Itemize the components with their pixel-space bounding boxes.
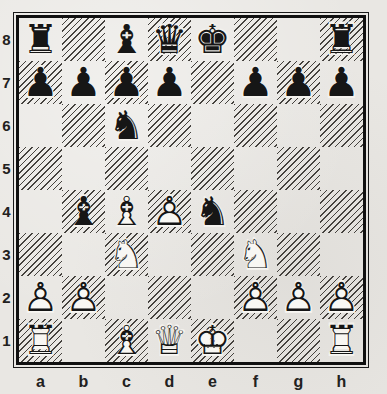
square-f8[interactable]: [234, 18, 277, 61]
white-bishop-c1: ♝♝♗: [105, 319, 148, 362]
square-a8[interactable]: ♜♜: [19, 18, 62, 61]
rank-label-5: 5: [0, 147, 13, 190]
black-pawn-b7: ♟♟: [62, 61, 105, 104]
square-b3[interactable]: [62, 233, 105, 276]
square-d4[interactable]: ♟♟♙: [148, 190, 191, 233]
square-b2[interactable]: ♟♟♙: [62, 276, 105, 319]
square-a6[interactable]: [19, 104, 62, 147]
square-d3[interactable]: [148, 233, 191, 276]
square-e4[interactable]: ♞♞: [191, 190, 234, 233]
white-king-e1: ♚♚♔: [191, 319, 234, 362]
square-h2[interactable]: ♟♟♙: [320, 276, 363, 319]
chess-board: ♜♜♝♝♛♛♚♚♜♜♟♟♟♟♟♟♟♟♟♟♟♟♟♟♞♞♝♝♝♝♗♟♟♙♞♞♞♞♘♞…: [16, 15, 366, 365]
square-e2[interactable]: [191, 276, 234, 319]
square-c7[interactable]: ♟♟: [105, 61, 148, 104]
rank-label-8: 8: [0, 18, 13, 61]
square-a5[interactable]: [19, 147, 62, 190]
square-c1[interactable]: ♝♝♗: [105, 319, 148, 362]
file-coordinates: abcdefgh: [19, 371, 363, 392]
square-h4[interactable]: [320, 190, 363, 233]
square-e5[interactable]: [191, 147, 234, 190]
square-f6[interactable]: [234, 104, 277, 147]
black-bishop-b4: ♝♝: [62, 190, 105, 233]
square-h7[interactable]: ♟♟: [320, 61, 363, 104]
square-d5[interactable]: [148, 147, 191, 190]
white-bishop-c4: ♝♝♗: [105, 190, 148, 233]
black-knight-e4: ♞♞: [191, 190, 234, 233]
square-e8[interactable]: ♚♚: [191, 18, 234, 61]
rank-label-6: 6: [0, 104, 13, 147]
square-c8[interactable]: ♝♝: [105, 18, 148, 61]
white-queen-d1: ♛♛♕: [148, 319, 191, 362]
square-c2[interactable]: [105, 276, 148, 319]
black-king-e8: ♚♚: [191, 18, 234, 61]
square-a2[interactable]: ♟♟♙: [19, 276, 62, 319]
white-rook-a1: ♜♜♖: [19, 319, 62, 362]
file-label-h: h: [320, 371, 363, 392]
square-d6[interactable]: [148, 104, 191, 147]
square-g7[interactable]: ♟♟: [277, 61, 320, 104]
square-d7[interactable]: ♟♟: [148, 61, 191, 104]
rank-coordinates: 87654321: [0, 18, 13, 362]
white-pawn-g2: ♟♟♙: [277, 276, 320, 319]
file-label-c: c: [105, 371, 148, 392]
white-knight-c3: ♞♞♘: [105, 233, 148, 276]
white-pawn-b2: ♟♟♙: [62, 276, 105, 319]
rank-label-4: 4: [0, 190, 13, 233]
square-f2[interactable]: ♟♟♙: [234, 276, 277, 319]
black-queen-d8: ♛♛: [148, 18, 191, 61]
black-pawn-g7: ♟♟: [277, 61, 320, 104]
square-h6[interactable]: [320, 104, 363, 147]
square-f4[interactable]: [234, 190, 277, 233]
white-knight-f3: ♞♞♘: [234, 233, 277, 276]
square-a3[interactable]: [19, 233, 62, 276]
square-c6[interactable]: ♞♞: [105, 104, 148, 147]
square-d8[interactable]: ♛♛: [148, 18, 191, 61]
file-label-d: d: [148, 371, 191, 392]
black-pawn-d7: ♟♟: [148, 61, 191, 104]
square-h5[interactable]: [320, 147, 363, 190]
square-g2[interactable]: ♟♟♙: [277, 276, 320, 319]
square-h1[interactable]: ♜♜♖: [320, 319, 363, 362]
square-c4[interactable]: ♝♝♗: [105, 190, 148, 233]
square-c3[interactable]: ♞♞♘: [105, 233, 148, 276]
square-e1[interactable]: ♚♚♔: [191, 319, 234, 362]
square-h3[interactable]: [320, 233, 363, 276]
square-f5[interactable]: [234, 147, 277, 190]
square-d1[interactable]: ♛♛♕: [148, 319, 191, 362]
square-b8[interactable]: [62, 18, 105, 61]
square-b1[interactable]: [62, 319, 105, 362]
square-b4[interactable]: ♝♝: [62, 190, 105, 233]
square-f3[interactable]: ♞♞♘: [234, 233, 277, 276]
square-f1[interactable]: [234, 319, 277, 362]
chess-diagram-page: 87654321 ♜♜♝♝♛♛♚♚♜♜♟♟♟♟♟♟♟♟♟♟♟♟♟♟♞♞♝♝♝♝♗…: [0, 0, 387, 394]
square-h8[interactable]: ♜♜: [320, 18, 363, 61]
rank-label-1: 1: [0, 319, 13, 362]
square-e6[interactable]: [191, 104, 234, 147]
square-b5[interactable]: [62, 147, 105, 190]
white-pawn-h2: ♟♟♙: [320, 276, 363, 319]
white-pawn-d4: ♟♟♙: [148, 190, 191, 233]
square-g5[interactable]: [277, 147, 320, 190]
white-pawn-f2: ♟♟♙: [234, 276, 277, 319]
file-label-f: f: [234, 371, 277, 392]
board-frame: ♜♜♝♝♛♛♚♚♜♜♟♟♟♟♟♟♟♟♟♟♟♟♟♟♞♞♝♝♝♝♗♟♟♙♞♞♞♞♘♞…: [13, 12, 369, 368]
black-pawn-a7: ♟♟: [19, 61, 62, 104]
square-e7[interactable]: [191, 61, 234, 104]
square-a4[interactable]: [19, 190, 62, 233]
square-c5[interactable]: [105, 147, 148, 190]
rank-label-7: 7: [0, 61, 13, 104]
black-pawn-h7: ♟♟: [320, 61, 363, 104]
square-e3[interactable]: [191, 233, 234, 276]
white-pawn-a2: ♟♟♙: [19, 276, 62, 319]
rank-label-3: 3: [0, 233, 13, 276]
square-d2[interactable]: [148, 276, 191, 319]
file-label-e: e: [191, 371, 234, 392]
square-g1[interactable]: [277, 319, 320, 362]
black-pawn-c7: ♟♟: [105, 61, 148, 104]
square-b6[interactable]: [62, 104, 105, 147]
square-g3[interactable]: [277, 233, 320, 276]
square-g6[interactable]: [277, 104, 320, 147]
file-label-b: b: [62, 371, 105, 392]
file-label-g: g: [277, 371, 320, 392]
square-b7[interactable]: ♟♟: [62, 61, 105, 104]
square-a7[interactable]: ♟♟: [19, 61, 62, 104]
white-rook-h1: ♜♜♖: [320, 319, 363, 362]
square-f7[interactable]: ♟♟: [234, 61, 277, 104]
square-g4[interactable]: [277, 190, 320, 233]
file-label-a: a: [19, 371, 62, 392]
square-g8[interactable]: [277, 18, 320, 61]
black-pawn-f7: ♟♟: [234, 61, 277, 104]
black-knight-c6: ♞♞: [105, 104, 148, 147]
square-a1[interactable]: ♜♜♖: [19, 319, 62, 362]
black-rook-a8: ♜♜: [19, 18, 62, 61]
black-bishop-c8: ♝♝: [105, 18, 148, 61]
black-rook-h8: ♜♜: [320, 18, 363, 61]
rank-label-2: 2: [0, 276, 13, 319]
